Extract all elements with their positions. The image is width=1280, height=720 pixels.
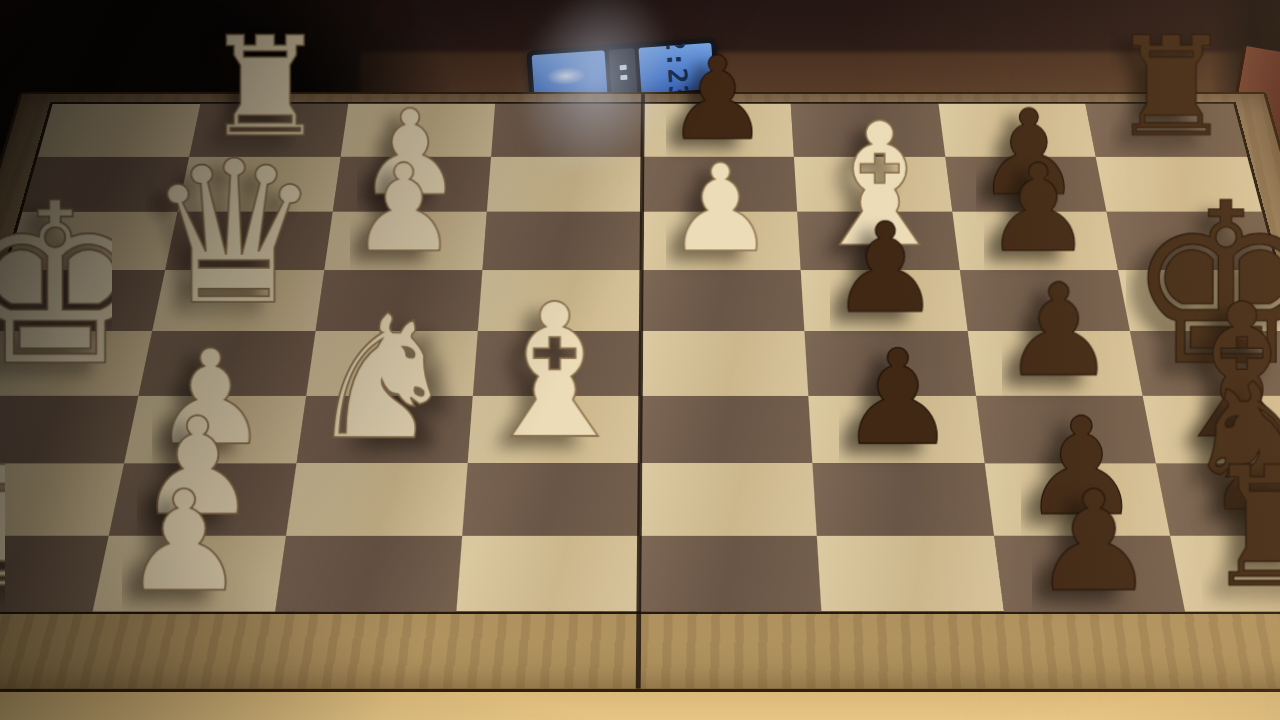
square bbox=[0, 270, 165, 331]
square: ♟ bbox=[952, 212, 1118, 270]
square: ♜ bbox=[1086, 104, 1247, 157]
square: ♝ bbox=[797, 212, 959, 270]
square bbox=[790, 104, 944, 157]
square bbox=[1118, 270, 1280, 331]
white-rook-a2: ♜ bbox=[203, 22, 327, 153]
square bbox=[478, 270, 642, 331]
square: ♟ bbox=[800, 270, 967, 331]
square bbox=[165, 212, 332, 270]
square bbox=[938, 104, 1096, 157]
square bbox=[639, 535, 821, 611]
square: ♟ bbox=[92, 535, 285, 611]
square bbox=[812, 463, 993, 535]
square: ♟ bbox=[642, 212, 801, 270]
square bbox=[22, 156, 189, 211]
square bbox=[138, 331, 315, 395]
square bbox=[641, 331, 808, 395]
square: ♞ bbox=[1156, 463, 1280, 535]
square bbox=[340, 104, 495, 157]
square: ♟ bbox=[993, 535, 1185, 611]
photo-stage: 2:23 ♜♟♜♟♟♟♟♝♟♛♟♚♟♚♟♞♝♟♝♟♟♞♜♟♟♜ bbox=[0, 0, 1280, 720]
square bbox=[641, 270, 804, 331]
square: ♟ bbox=[984, 463, 1170, 535]
square bbox=[816, 535, 1003, 611]
square bbox=[177, 156, 340, 211]
square bbox=[642, 156, 797, 211]
black-rook-a8: ♜ bbox=[1109, 22, 1233, 153]
square bbox=[315, 270, 483, 331]
square: ♜ bbox=[0, 535, 109, 611]
square: ♜ bbox=[189, 104, 348, 157]
square bbox=[38, 104, 200, 157]
square bbox=[275, 535, 463, 611]
square: ♚ bbox=[1130, 331, 1280, 395]
square bbox=[1096, 156, 1262, 211]
square: ♜ bbox=[1170, 535, 1280, 611]
square: ♟ bbox=[332, 156, 491, 211]
square: ♛ bbox=[152, 270, 324, 331]
square bbox=[959, 270, 1130, 331]
square bbox=[639, 463, 816, 535]
square bbox=[306, 331, 478, 395]
square bbox=[804, 331, 975, 395]
square bbox=[483, 212, 642, 270]
square: ♟ bbox=[967, 331, 1143, 395]
square: ♚ bbox=[0, 331, 152, 395]
square: ♟ bbox=[109, 463, 296, 535]
square bbox=[1107, 212, 1277, 270]
square bbox=[286, 463, 468, 535]
square: ♟ bbox=[324, 212, 487, 270]
square bbox=[473, 331, 641, 395]
square: ♟ bbox=[642, 104, 793, 157]
square bbox=[6, 212, 177, 270]
square bbox=[463, 463, 641, 535]
square bbox=[457, 535, 640, 611]
square bbox=[0, 463, 124, 535]
square bbox=[794, 156, 952, 211]
square: ♟ bbox=[945, 156, 1107, 211]
